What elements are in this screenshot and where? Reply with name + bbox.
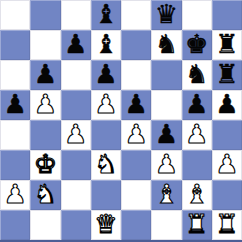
square-f1[interactable] [151, 210, 181, 240]
square-g4[interactable]: ♟ [182, 120, 212, 150]
square-h4[interactable] [212, 120, 242, 150]
chess-board: ♝♛♟♝♞♚♜♟♟♞♜♟♟♟♟♟♟♟♟♟♟♚♞♟♟♟♞♝♝♛♜♜ [0, 0, 242, 242]
square-f7[interactable]: ♞ [151, 30, 181, 60]
white-pawn: ♟ [124, 121, 147, 147]
square-c7[interactable]: ♟ [61, 30, 91, 60]
white-pawn: ♟ [185, 121, 208, 147]
white-rook: ♜ [215, 211, 238, 237]
white-pawn: ♟ [3, 181, 26, 207]
square-a5[interactable]: ♟ [0, 90, 30, 120]
square-a7[interactable] [0, 30, 30, 60]
square-h2[interactable] [212, 180, 242, 210]
square-f4[interactable]: ♟ [151, 120, 181, 150]
square-e1[interactable] [121, 210, 151, 240]
black-pawn: ♟ [124, 91, 147, 117]
square-d4[interactable] [91, 120, 121, 150]
square-c2[interactable] [61, 180, 91, 210]
black-pawn: ♟ [64, 31, 87, 57]
black-knight: ♞ [155, 31, 178, 57]
square-f2[interactable]: ♝ [151, 180, 181, 210]
white-pawn: ♟ [215, 151, 238, 177]
square-a8[interactable] [0, 0, 30, 30]
square-g7[interactable]: ♚ [182, 30, 212, 60]
square-d8[interactable]: ♝ [91, 0, 121, 30]
white-bishop: ♝ [155, 181, 178, 207]
square-g1[interactable]: ♜ [182, 210, 212, 240]
square-a6[interactable] [0, 60, 30, 90]
white-pawn: ♟ [155, 151, 178, 177]
square-e6[interactable] [121, 60, 151, 90]
square-h6[interactable]: ♜ [212, 60, 242, 90]
square-b4[interactable] [30, 120, 60, 150]
white-pawn: ♟ [94, 91, 117, 117]
black-pawn: ♟ [3, 91, 26, 117]
square-e5[interactable]: ♟ [121, 90, 151, 120]
black-knight: ♞ [185, 61, 208, 87]
white-rook: ♜ [185, 211, 208, 237]
white-queen: ♛ [94, 211, 117, 237]
black-rook: ♜ [215, 31, 238, 57]
white-knight: ♞ [34, 181, 57, 207]
black-queen: ♛ [155, 1, 178, 27]
square-f8[interactable]: ♛ [151, 0, 181, 30]
square-c6[interactable] [61, 60, 91, 90]
black-king: ♚ [185, 31, 208, 57]
square-c4[interactable]: ♟ [61, 120, 91, 150]
black-bishop: ♝ [94, 31, 117, 57]
black-pawn: ♟ [155, 121, 178, 147]
white-pawn: ♟ [64, 121, 87, 147]
square-b2[interactable]: ♞ [30, 180, 60, 210]
square-c3[interactable] [61, 150, 91, 180]
square-h7[interactable]: ♜ [212, 30, 242, 60]
white-pawn: ♟ [34, 91, 57, 117]
square-b6[interactable]: ♟ [30, 60, 60, 90]
chess-diagram: ♝♛♟♝♞♚♜♟♟♞♜♟♟♟♟♟♟♟♟♟♟♚♞♟♟♟♞♝♝♛♜♜ [0, 0, 242, 242]
square-a3[interactable] [0, 150, 30, 180]
square-d7[interactable]: ♝ [91, 30, 121, 60]
square-g6[interactable]: ♞ [182, 60, 212, 90]
square-b7[interactable] [30, 30, 60, 60]
black-pawn: ♟ [215, 91, 238, 117]
square-a1[interactable] [0, 210, 30, 240]
square-g5[interactable]: ♟ [182, 90, 212, 120]
square-e7[interactable] [121, 30, 151, 60]
square-h3[interactable]: ♟ [212, 150, 242, 180]
square-b1[interactable] [30, 210, 60, 240]
black-pawn: ♟ [34, 61, 57, 87]
square-b8[interactable] [30, 0, 60, 30]
square-h8[interactable] [212, 0, 242, 30]
square-d6[interactable]: ♟ [91, 60, 121, 90]
square-c8[interactable] [61, 0, 91, 30]
square-b5[interactable]: ♟ [30, 90, 60, 120]
square-a4[interactable] [0, 120, 30, 150]
square-e4[interactable]: ♟ [121, 120, 151, 150]
square-c1[interactable] [61, 210, 91, 240]
black-bishop: ♝ [94, 1, 117, 27]
square-e2[interactable] [121, 180, 151, 210]
black-pawn: ♟ [94, 61, 117, 87]
white-knight: ♞ [94, 151, 117, 177]
square-a2[interactable]: ♟ [0, 180, 30, 210]
square-g3[interactable] [182, 150, 212, 180]
square-e8[interactable] [121, 0, 151, 30]
square-f5[interactable] [151, 90, 181, 120]
white-bishop: ♝ [185, 181, 208, 207]
square-d3[interactable]: ♞ [91, 150, 121, 180]
square-g2[interactable]: ♝ [182, 180, 212, 210]
square-b3[interactable]: ♚ [30, 150, 60, 180]
black-rook: ♜ [215, 61, 238, 87]
black-pawn: ♟ [185, 91, 208, 117]
square-c5[interactable] [61, 90, 91, 120]
square-f3[interactable]: ♟ [151, 150, 181, 180]
square-h1[interactable]: ♜ [212, 210, 242, 240]
square-h5[interactable]: ♟ [212, 90, 242, 120]
square-g8[interactable] [182, 0, 212, 30]
square-e3[interactable] [121, 150, 151, 180]
square-d5[interactable]: ♟ [91, 90, 121, 120]
white-king: ♚ [34, 151, 57, 177]
square-d2[interactable] [91, 180, 121, 210]
square-f6[interactable] [151, 60, 181, 90]
square-d1[interactable]: ♛ [91, 210, 121, 240]
